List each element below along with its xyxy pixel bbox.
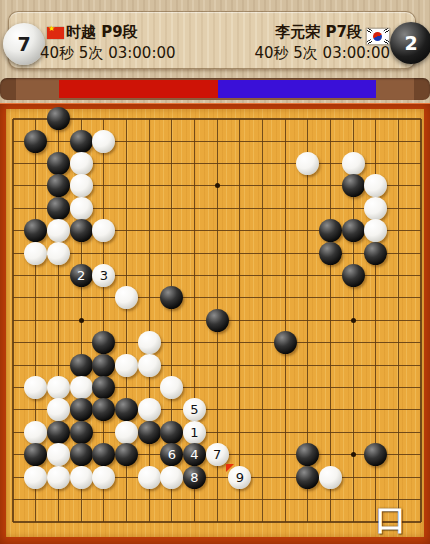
black-stone: [364, 242, 387, 265]
black-stone: [70, 443, 93, 466]
black-stone: [319, 219, 342, 242]
white-stone: [70, 152, 93, 175]
black-stone: [92, 443, 115, 466]
white-stone: [47, 219, 70, 242]
move-number: 6: [160, 443, 183, 466]
white-stone: [160, 466, 183, 489]
black-stone: [274, 331, 297, 354]
black-stone: 6: [160, 443, 183, 466]
white-stone: [296, 152, 319, 175]
white-stone: [47, 443, 70, 466]
grid-line-vertical: [262, 119, 263, 522]
blue-time-segment: [218, 80, 376, 98]
white-stone: 9: [228, 466, 251, 489]
move-number: 8: [183, 466, 206, 489]
star-point: [215, 183, 220, 188]
go-board[interactable]: 235164789: [6, 109, 424, 537]
star-point: [79, 318, 84, 323]
black-stone: [92, 331, 115, 354]
white-stone: 5: [183, 398, 206, 421]
white-captures-badge: 7: [3, 23, 45, 65]
white-stone: [92, 219, 115, 242]
black-stone: [47, 197, 70, 220]
white-stone: [364, 219, 387, 242]
white-stone: [319, 466, 342, 489]
black-stone: [342, 174, 365, 197]
black-stone: [47, 421, 70, 444]
black-stone: [206, 309, 229, 332]
black-stone: [160, 421, 183, 444]
black-stone: [115, 443, 138, 466]
left-player-time: 40秒 5次 03:00:00: [40, 44, 176, 63]
white-stone: 1: [183, 421, 206, 444]
left-player-name: 时越 P9段: [66, 23, 138, 42]
red-time-segment: [59, 80, 218, 98]
star-point: [351, 452, 356, 457]
white-stone: [115, 286, 138, 309]
move-number: 7: [206, 443, 229, 466]
white-stone: [47, 376, 70, 399]
white-stone: [138, 354, 161, 377]
taegeuk-icon: [373, 32, 382, 41]
black-stone: [92, 354, 115, 377]
white-stone: [24, 376, 47, 399]
black-stone: [342, 264, 365, 287]
grid-line-vertical: [285, 119, 286, 522]
black-stone: [47, 174, 70, 197]
grid-line-vertical: [398, 119, 399, 522]
black-stone: [364, 443, 387, 466]
grid-line-vertical: [239, 119, 240, 522]
black-stone: [319, 242, 342, 265]
watermark: 口林: [376, 500, 430, 544]
black-stone: [296, 443, 319, 466]
black-stone: 2: [70, 264, 93, 287]
black-stone: [160, 286, 183, 309]
white-stone: [364, 174, 387, 197]
black-stone: [92, 376, 115, 399]
white-stone: [342, 152, 365, 175]
white-stone: [160, 376, 183, 399]
black-stone: [70, 398, 93, 421]
korea-flag-icon: [366, 28, 390, 45]
white-stone: 7: [206, 443, 229, 466]
black-stone: [115, 398, 138, 421]
black-stone: [47, 107, 70, 130]
black-stone: [70, 130, 93, 153]
black-stone: [70, 421, 93, 444]
white-stone: [70, 174, 93, 197]
black-stone: [47, 152, 70, 175]
black-stone: [70, 354, 93, 377]
move-number: 5: [183, 398, 206, 421]
white-stone: [138, 331, 161, 354]
black-stone: [24, 443, 47, 466]
white-stone: [138, 398, 161, 421]
move-number: 4: [183, 443, 206, 466]
right-player-name: 李元荣 P7段: [275, 23, 362, 42]
grid-line-horizontal: [13, 342, 421, 343]
go-app-screen: 7 时越 P9段 40秒 5次 03:00:00 李元荣 P7段 40秒 5次 …: [0, 0, 430, 544]
black-stone: [342, 219, 365, 242]
last-move-marker: [226, 464, 234, 472]
black-stone: [92, 398, 115, 421]
white-stone: [115, 421, 138, 444]
china-flag-icon: [47, 27, 64, 39]
white-stone: [47, 398, 70, 421]
grid-line-horizontal: [13, 499, 421, 500]
black-stone: [24, 219, 47, 242]
move-number: 1: [183, 421, 206, 444]
move-number: 2: [70, 264, 93, 287]
black-stone: [70, 219, 93, 242]
black-stone: [138, 421, 161, 444]
right-player-time: 40秒 5次 03:00:00: [254, 44, 390, 63]
black-stone: [296, 466, 319, 489]
grid-line-horizontal: [13, 521, 421, 523]
star-point: [351, 318, 356, 323]
grid-line-vertical: [420, 119, 422, 522]
white-stone: [138, 466, 161, 489]
move-number: 3: [92, 264, 115, 287]
white-stone: [115, 354, 138, 377]
white-stone: [47, 466, 70, 489]
white-stone: [70, 466, 93, 489]
black-stone: 8: [183, 466, 206, 489]
black-stone: [24, 130, 47, 153]
white-stone: [24, 421, 47, 444]
white-stone: [92, 466, 115, 489]
white-stone: [92, 130, 115, 153]
white-stone: [47, 242, 70, 265]
white-stone: [24, 242, 47, 265]
white-stone: [70, 197, 93, 220]
black-stone: 4: [183, 443, 206, 466]
board-frame: 235164789: [0, 103, 430, 544]
white-stone: [364, 197, 387, 220]
grid-line-vertical: [330, 119, 331, 522]
timer-bar: [0, 78, 430, 100]
white-stone: [24, 466, 47, 489]
black-captures-badge: 2: [390, 22, 430, 64]
white-stone: 3: [92, 264, 115, 287]
white-stone: [70, 376, 93, 399]
